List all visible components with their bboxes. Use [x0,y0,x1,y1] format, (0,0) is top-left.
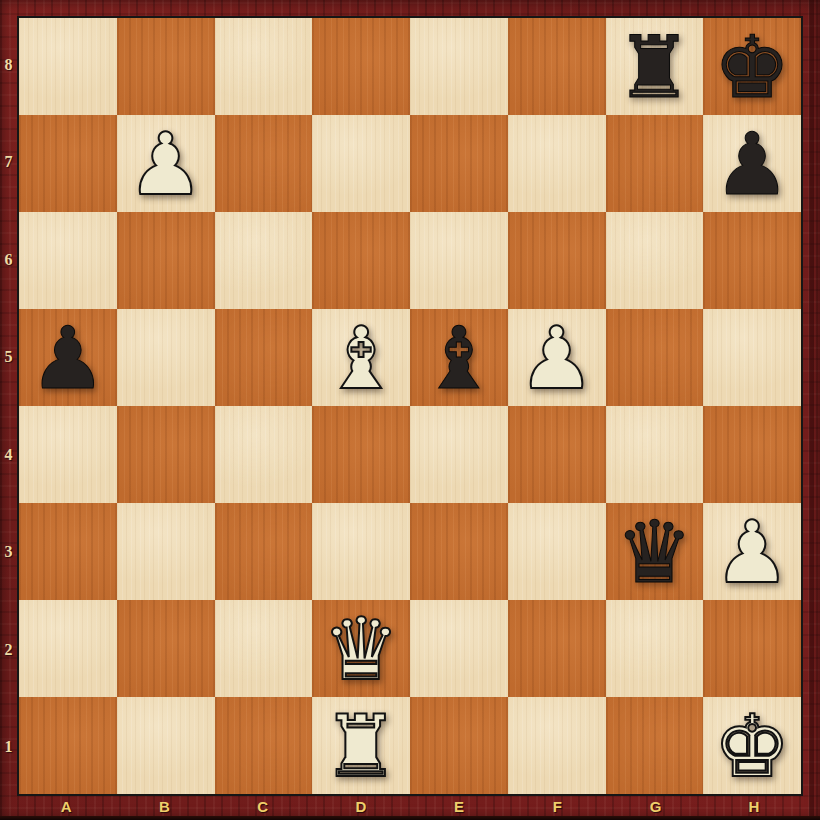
rank-label-5: 5 [0,309,17,407]
rank-coordinates: 87654321 [0,16,17,796]
square-e8[interactable] [410,18,508,115]
square-f2[interactable] [508,600,606,697]
rank-label-7: 7 [0,114,17,212]
chess-board-frame: ♜♚♟♟♟♝♝♟♛♟♛♜♚ 87654321 ABCDEFGH [0,0,820,820]
white-rook-d1[interactable]: ♜ [312,697,410,794]
file-label-h: H [705,796,803,816]
square-f8[interactable] [508,18,606,115]
rank-label-6: 6 [0,211,17,309]
square-h3[interactable]: ♟ [703,503,801,600]
square-b1[interactable] [117,697,215,794]
white-pawn-h3[interactable]: ♟ [703,503,801,600]
square-c7[interactable] [215,115,313,212]
square-c3[interactable] [215,503,313,600]
black-king-h8[interactable]: ♚ [703,18,801,115]
square-e3[interactable] [410,503,508,600]
square-h7[interactable]: ♟ [703,115,801,212]
square-h4[interactable] [703,406,801,503]
square-d6[interactable] [312,212,410,309]
square-f4[interactable] [508,406,606,503]
square-a2[interactable] [19,600,117,697]
square-a5[interactable]: ♟ [19,309,117,406]
white-pawn-f5[interactable]: ♟ [508,309,606,406]
square-e5[interactable]: ♝ [410,309,508,406]
black-bishop-e5[interactable]: ♝ [410,309,508,406]
square-f5[interactable]: ♟ [508,309,606,406]
square-e7[interactable] [410,115,508,212]
square-f3[interactable] [508,503,606,600]
rank-label-3: 3 [0,504,17,602]
square-g7[interactable] [606,115,704,212]
square-h5[interactable] [703,309,801,406]
black-pawn-a5[interactable]: ♟ [19,309,117,406]
file-label-c: C [214,796,312,816]
square-b6[interactable] [117,212,215,309]
square-d1[interactable]: ♜ [312,697,410,794]
file-label-g: G [607,796,705,816]
black-pawn-h7[interactable]: ♟ [703,115,801,212]
white-pawn-b7[interactable]: ♟ [117,115,215,212]
square-b3[interactable] [117,503,215,600]
black-rook-g8[interactable]: ♜ [606,18,704,115]
rank-label-1: 1 [0,699,17,797]
white-queen-d2[interactable]: ♛ [312,600,410,697]
rank-label-8: 8 [0,16,17,114]
square-h2[interactable] [703,600,801,697]
square-e4[interactable] [410,406,508,503]
white-king-h1[interactable]: ♚ [703,697,801,794]
square-d5[interactable]: ♝ [312,309,410,406]
file-label-d: D [312,796,410,816]
chess-board: ♜♚♟♟♟♝♝♟♛♟♛♜♚ [17,16,803,796]
square-h6[interactable] [703,212,801,309]
square-h1[interactable]: ♚ [703,697,801,794]
white-bishop-d5[interactable]: ♝ [312,309,410,406]
file-label-e: E [410,796,508,816]
square-c5[interactable] [215,309,313,406]
square-e6[interactable] [410,212,508,309]
square-e1[interactable] [410,697,508,794]
square-g8[interactable]: ♜ [606,18,704,115]
rank-label-4: 4 [0,406,17,504]
file-label-b: B [115,796,213,816]
square-g1[interactable] [606,697,704,794]
square-h8[interactable]: ♚ [703,18,801,115]
square-c2[interactable] [215,600,313,697]
file-coordinates: ABCDEFGH [17,796,803,816]
square-d7[interactable] [312,115,410,212]
square-d3[interactable] [312,503,410,600]
square-a6[interactable] [19,212,117,309]
square-a8[interactable] [19,18,117,115]
square-c6[interactable] [215,212,313,309]
square-b7[interactable]: ♟ [117,115,215,212]
square-g4[interactable] [606,406,704,503]
square-g2[interactable] [606,600,704,697]
square-b5[interactable] [117,309,215,406]
square-g5[interactable] [606,309,704,406]
square-g3[interactable]: ♛ [606,503,704,600]
file-label-a: A [17,796,115,816]
rank-label-2: 2 [0,601,17,699]
square-b8[interactable] [117,18,215,115]
square-f1[interactable] [508,697,606,794]
square-c4[interactable] [215,406,313,503]
square-d4[interactable] [312,406,410,503]
square-c1[interactable] [215,697,313,794]
square-b2[interactable] [117,600,215,697]
square-c8[interactable] [215,18,313,115]
square-a1[interactable] [19,697,117,794]
square-d2[interactable]: ♛ [312,600,410,697]
square-g6[interactable] [606,212,704,309]
square-b4[interactable] [117,406,215,503]
square-a7[interactable] [19,115,117,212]
file-label-f: F [508,796,606,816]
square-a4[interactable] [19,406,117,503]
square-d8[interactable] [312,18,410,115]
square-e2[interactable] [410,600,508,697]
square-f6[interactable] [508,212,606,309]
square-f7[interactable] [508,115,606,212]
square-a3[interactable] [19,503,117,600]
black-queen-g3[interactable]: ♛ [606,503,704,600]
